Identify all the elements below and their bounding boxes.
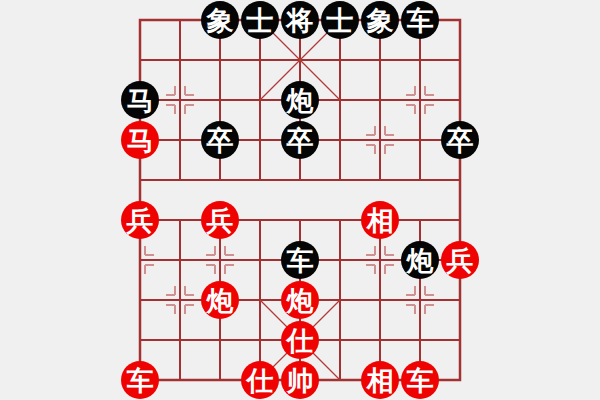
board-point: 马 — [120, 80, 160, 120]
board-point: 象 — [360, 0, 400, 40]
piece-r-shi[interactable]: 仕 — [241, 361, 279, 399]
piece-r-bing[interactable]: 兵 — [121, 201, 159, 239]
piece-r-ma[interactable]: 马 — [121, 121, 159, 159]
board-point: 兵 — [120, 200, 160, 240]
xiangqi-board: 象士将士象车马炮马卒卒卒兵兵相车炮兵炮炮仕车仕帅相车 — [0, 0, 600, 400]
board-point: 将 — [280, 0, 320, 40]
piece-r-ju[interactable]: 车 — [121, 361, 159, 399]
piece-r-pao[interactable]: 炮 — [201, 281, 239, 319]
board-point: 炮 — [200, 280, 240, 320]
board-point: 卒 — [440, 120, 480, 160]
board-point: 相 — [360, 200, 400, 240]
piece-r-xiang[interactable]: 相 — [361, 361, 399, 399]
piece-b-ju[interactable]: 车 — [281, 241, 319, 279]
piece-b-zu[interactable]: 卒 — [201, 121, 239, 159]
board-point: 炮 — [280, 280, 320, 320]
board-point: 车 — [400, 0, 440, 40]
board-point: 相 — [360, 360, 400, 400]
board-point: 象 — [200, 0, 240, 40]
board-point: 仕 — [280, 320, 320, 360]
piece-r-shuai[interactable]: 帅 — [281, 361, 319, 399]
piece-b-ma[interactable]: 马 — [121, 81, 159, 119]
piece-r-pao[interactable]: 炮 — [281, 281, 319, 319]
board-point: 士 — [240, 0, 280, 40]
board-point: 卒 — [200, 120, 240, 160]
board-point: 仕 — [240, 360, 280, 400]
piece-b-shi[interactable]: 士 — [321, 1, 359, 39]
board-point: 士 — [320, 0, 360, 40]
board-point: 炮 — [280, 80, 320, 120]
piece-b-pao[interactable]: 炮 — [281, 81, 319, 119]
piece-r-shi[interactable]: 仕 — [281, 321, 319, 359]
piece-b-shi[interactable]: 士 — [241, 1, 279, 39]
pieces-layer: 象士将士象车马炮马卒卒卒兵兵相车炮兵炮炮仕车仕帅相车 — [120, 0, 480, 400]
board-point: 帅 — [280, 360, 320, 400]
board-point: 马 — [120, 120, 160, 160]
board-point: 兵 — [200, 200, 240, 240]
piece-b-xiang[interactable]: 象 — [361, 1, 399, 39]
board-point: 车 — [280, 240, 320, 280]
piece-r-bing[interactable]: 兵 — [201, 201, 239, 239]
board-point: 兵 — [440, 240, 480, 280]
board-point: 车 — [120, 360, 160, 400]
piece-r-ju[interactable]: 车 — [401, 361, 439, 399]
piece-r-bing[interactable]: 兵 — [441, 241, 479, 279]
piece-b-xiang[interactable]: 象 — [201, 1, 239, 39]
piece-b-zu[interactable]: 卒 — [441, 121, 479, 159]
board-point: 卒 — [280, 120, 320, 160]
piece-r-xiang[interactable]: 相 — [361, 201, 399, 239]
board-point: 炮 — [400, 240, 440, 280]
board-point: 车 — [400, 360, 440, 400]
piece-b-ju[interactable]: 车 — [401, 1, 439, 39]
piece-b-jiang[interactable]: 将 — [281, 1, 319, 39]
piece-b-pao[interactable]: 炮 — [401, 241, 439, 279]
piece-b-zu[interactable]: 卒 — [281, 121, 319, 159]
